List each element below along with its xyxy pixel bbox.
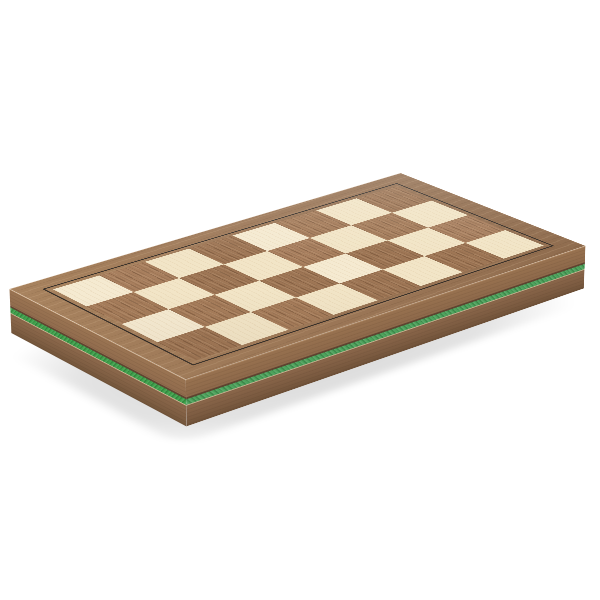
square-r4c5 <box>340 270 421 301</box>
square-r3c1 <box>122 309 205 342</box>
square-r4c2 <box>205 312 289 345</box>
square-r2c1 <box>87 292 169 324</box>
square-r3c2 <box>169 295 251 327</box>
square-r4c4 <box>296 283 378 314</box>
square-r3c4 <box>259 267 340 298</box>
square-r4c3 <box>251 298 334 330</box>
square-r2c2 <box>133 278 214 309</box>
square-r1c1 <box>53 275 134 306</box>
square-r3c3 <box>214 281 295 312</box>
square-r4c1 <box>157 327 242 361</box>
square-r2c3 <box>179 264 259 294</box>
chessboard-box <box>10 173 586 380</box>
scene <box>0 0 600 600</box>
